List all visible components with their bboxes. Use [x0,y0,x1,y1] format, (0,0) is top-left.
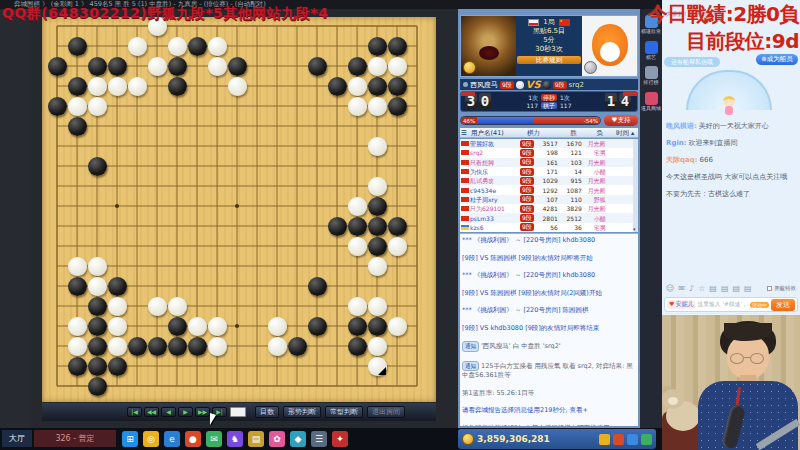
stone-white-12-17 [268,337,287,356]
join-crew-button[interactable]: ⊕成为船员 [756,54,798,65]
stone-white-2-17 [68,337,87,356]
chat-text: 666 [700,156,713,164]
stone-white-2-16 [68,317,87,336]
user-location: 宅男 [582,148,610,157]
emoji-icon-7[interactable]: ▤ [744,284,752,293]
stone-black-3-15 [88,297,107,316]
user-rank-badge: 9段 [520,140,534,148]
stone-white-16-4 [348,77,367,96]
user-name: 乱试勇攻 [470,176,520,185]
move-number-box[interactable] [230,407,246,417]
user-wins: 107 [534,195,558,204]
stones-layer [42,17,436,402]
stone-black-3-19 [88,377,107,396]
toolbar-button-0[interactable]: 目数 [255,406,279,418]
stone-white-7-15 [168,297,187,316]
chat-text: 不要为先去：古棋这么难了 [666,190,750,198]
stone-black-18-5 [388,97,407,116]
byoyomi-badge: 停秒 [541,94,557,101]
user-wins: 2801 [534,214,558,223]
stone-white-9-2 [208,37,227,56]
nav-button-2[interactable]: ◀ [161,407,176,417]
user-flag-icon [461,188,469,193]
user-name: 只看想脚 [470,158,520,167]
stone-black-8-17 [188,337,207,356]
stone-black-7-16 [168,317,187,336]
table-row[interactable]: 聖麗好敦9段35171670月光殿 [460,139,638,148]
black-clock-digit-0: 1 [605,93,617,110]
user-flag-icon [461,206,469,211]
stone-white-10-4 [228,77,247,96]
stone-black-14-14 [308,277,327,296]
stone-white-6-15 [148,297,167,316]
announcement-line: 通知'西风瘦马' 白 中盘胜 'srq2' [462,341,636,352]
stone-black-18-2 [388,37,407,56]
chat-text: 美好的一天祝大家开心 [699,122,769,130]
stream-panel: 大家好! 直播刚刚开始 ⊕成为船员 还有船帮私信哦 晚风棋语:美好的一天祝大家开… [662,0,800,450]
table-row[interactable]: psLm339段28012512小醋 [460,213,638,222]
stone-black-3-8 [88,157,107,176]
stone-black-15-11 [328,217,347,236]
stone-black-17-11 [368,217,387,236]
chat-username: Rgin: [666,139,687,147]
winrate-track: 46% -54% [460,116,601,125]
vs-label: VS [526,79,541,90]
table-row[interactable]: 为快乐9段17114小醋 [460,167,638,176]
announcement-line: 第1蓝胜率: 55.26:1目等 [462,389,636,398]
notice-badge: 通知 [462,341,479,352]
stone-white-3-14 [88,277,107,296]
user-list[interactable]: 聖麗好敦9段35171670月光殿srq29段198121宅男只看想脚9段161… [460,139,638,232]
table-row[interactable]: kzs69段5636宅男 [460,223,638,232]
user-flag-icon [461,197,469,202]
user-wins: 4281 [534,204,558,213]
round-label: 1局 [543,18,554,27]
sidebar-label: 排行榜 [644,80,659,86]
white-byoyomi-count: 1次 [528,94,538,101]
clock-panel: 30 1次 停秒 1次 117 棋子 117 14 [460,91,638,112]
stone-black-2-4 [68,77,87,96]
user-wins: 198 [534,148,558,157]
column-header-2[interactable]: 负 [578,128,604,137]
stone-black-1-5 [48,97,67,116]
user-name: 聖麗好敦 [470,139,520,148]
sidebar-icon-3 [645,92,658,105]
user-location: 小醋 [582,167,610,176]
taskbar: 大厅 326 - 普定 ⊞◎e●✉♞▤✿◆☰✦ 3,859,306,281 [0,428,662,450]
stone-black-17-10 [368,197,387,216]
user-losses: 110 [558,195,582,204]
nav-button-0[interactable]: |◀ [127,407,142,417]
stone-white-6-3 [148,57,167,76]
white-player-name: 西风瘦马 [470,80,498,90]
black-player-avatar[interactable] [582,16,637,76]
menu-icon[interactable]: ☰ [460,128,470,137]
stone-black-10-3 [228,57,247,76]
stone-white-17-7 [368,137,387,156]
black-stone-icon [543,81,551,89]
stone-black-5-17 [128,337,147,356]
stone-black-2-2 [68,37,87,56]
stone-white-12-16 [268,317,287,336]
screen: 弈城围棋 》 (金彩阁 1 》 459名5 黑 胜 5 (1) 中盘胜) - 九… [0,0,800,450]
user-flag-icon [461,141,469,146]
stone-black-16-3 [348,57,367,76]
toolbar-button-1[interactable]: 形势判断 [283,406,321,418]
user-losses: 3829 [558,204,582,213]
last-move-marker-icon [378,367,386,375]
black-clock-digit-1: 4 [619,93,631,110]
coin-amount: 3,859,306,281 [477,434,596,444]
bag-icon[interactable] [641,434,652,445]
stone-black-1-3 [48,57,67,76]
user-rank-badge: 9段 [520,214,534,222]
stream-chat-message: 天际qaq:666 [666,156,796,165]
tab-game-room[interactable]: 326 - 普定 [34,430,116,447]
taskbar-icon-1[interactable]: ◎ [143,431,159,447]
table-row[interactable]: 只为6291019段42813829月光殿 [460,204,638,213]
game-app-panel: 1局 黑贴6.5目 5分 30秒3次 比赛规则 西风瘦马 9段 VS 9段 sr… [458,9,640,428]
stone-black-3-16 [88,317,107,336]
capture-badge: 棋子 [541,102,557,109]
table-row[interactable]: 桂子周xry9段107110野狐 [460,195,638,204]
stone-black-7-4 [168,77,187,96]
stream-chat[interactable]: 晚风棋语:美好的一天祝大家开心Rgin:欢迎来到直播间天际qaq:666今天这是… [666,122,796,280]
treasure-icon[interactable] [599,434,610,445]
column-header-0[interactable]: 棋力 [526,128,552,137]
emoji-icon-5[interactable]: ▤ [721,284,729,293]
stone-black-16-11 [348,217,367,236]
board-toolbar: |◀◀◀◀▶▶▶▶| 目数形势判断常型判断退出房间 [42,403,436,421]
user-losses: 915 [558,176,582,185]
user-badge: 安妮儿 [667,300,695,309]
stone-white-17-5 [368,97,387,116]
taskbar-icon-10[interactable]: ✦ [332,431,348,447]
stone-black-17-12 [368,237,387,256]
overlay-rank-text: 目前段位:9d [686,28,799,55]
chat-text: 今天这是棋圣战吗 大家可以点点关注哦 [666,173,787,181]
user-losses: 1087 [558,186,582,195]
table-row[interactable]: c94534e9段12921087月光殿 [460,185,638,194]
stone-white-5-2 [128,37,147,56]
user-rank-badge: 9段 [520,223,534,231]
emoji-icon-0[interactable]: ☺ [666,284,674,293]
streamer-body [698,381,798,450]
name-column-header[interactable]: 用户名(41) [470,128,526,137]
stone-black-17-4 [368,77,387,96]
sidebar-icon-2 [645,66,658,79]
stream-bubble: 还有船帮私信哦 [664,57,720,67]
main-time-label: 5分 [543,36,554,45]
client-left-edge [0,9,30,428]
user-list-scrollbar[interactable] [633,139,638,232]
stone-black-2-14 [68,277,87,296]
stone-black-4-3 [108,57,127,76]
chat-username: 天际qaq: [666,156,698,164]
taskbar-icon-6[interactable]: ▤ [248,431,264,447]
stone-black-13-17 [288,337,307,356]
stone-black-3-3 [88,57,107,76]
coins-bar: 3,859,306,281 [458,429,656,449]
stone-white-17-17 [368,337,387,356]
taskbar-icon-9[interactable]: ☰ [311,431,327,447]
user-rank-badge: 9段 [520,158,534,166]
blue-percent-label: 46% [461,117,477,124]
stone-black-3-17 [88,337,107,356]
tab-hall[interactable]: 大厅 [2,430,32,447]
user-name: srq2 [470,148,520,157]
white-rank-badge: 9段 [500,81,514,89]
blue-bar [477,117,533,124]
sidebar-icon-1 [645,41,658,54]
sidebar-label: 棋谱欣赏 [641,29,661,35]
stream-chat-message: 不要为先去：古棋这么难了 [666,190,796,199]
user-wins: 161 [534,158,558,167]
stone-white-3-4 [88,77,107,96]
sidebar-label: 道具商城 [641,106,661,112]
stone-black-16-16 [348,317,367,336]
taskbar-icons: ⊞◎e●✉♞▤✿◆☰✦ [122,431,348,447]
emoji-icon-4[interactable]: ▤ [709,284,717,293]
column-header-3[interactable]: 时间 [604,128,630,137]
white-capture-count: 117 [527,102,538,109]
nav-button-4[interactable]: ▶▶ [195,407,210,417]
status-dot-icon [463,82,468,87]
user-location: 月光殿 [582,139,610,148]
gem-icon[interactable] [627,434,638,445]
table-row[interactable]: 乱试勇攻9段1029915月光殿 [460,176,638,185]
table-row[interactable]: 只看想脚9段161103月光殿 [460,158,638,167]
stream-chat-message: Rgin:欢迎来到直播间 [666,139,796,148]
taskbar-icon-7[interactable]: ✿ [269,431,285,447]
stone-white-5-4 [128,77,147,96]
stone-black-16-17 [348,337,367,356]
taskbar-icon-8[interactable]: ◆ [290,431,306,447]
white-clock-digit-0: 3 [465,93,477,110]
go-board[interactable] [42,17,436,402]
user-location: 月光殿 [582,186,610,195]
support-button[interactable]: ♥支持 [604,115,638,126]
stone-white-17-15 [368,297,387,316]
user-rank-badge: 9段 [520,205,534,213]
user-location: 月光殿 [582,176,610,185]
black-player-name: srq2 [569,81,584,89]
red-bar: -54% [533,117,600,124]
silver-coin-icon [584,61,597,74]
stone-white-18-12 [388,237,407,256]
announcement-list[interactable]: *** 《挑战利园》 ～ [220号房间] khdb3080[9段] VS 陈园… [460,233,638,426]
chat-text: 欢迎来到直播间 [689,139,738,147]
mouse-cursor [210,413,216,425]
user-wins: 56 [534,223,558,232]
user-name: psLm33 [470,214,520,223]
stone-white-2-13 [68,257,87,276]
toolbar-button-2[interactable]: 常型判断 [325,406,363,418]
stone-black-4-18 [108,357,127,376]
chat-input-row[interactable]: 安妮儿 这里输入 '#棋迷'，看看会发生什么吧 活动中 发送 [664,297,798,312]
stone-black-15-4 [328,77,347,96]
user-wins: 1029 [534,176,558,185]
user-location: 野狐 [582,195,610,204]
sidebar-item-3[interactable]: 道具商城 [640,92,662,112]
stone-white-16-12 [348,237,367,256]
user-location: 月光殿 [582,158,610,167]
stone-black-14-3 [308,57,327,76]
stone-white-4-4 [108,77,127,96]
stream-chat-message: 晚风棋语:美好的一天祝大家开心 [666,122,796,131]
taskbar-icon-2[interactable]: e [164,431,180,447]
user-losses: 14 [558,167,582,176]
glasses-icon [730,353,744,364]
stone-white-9-16 [208,317,227,336]
rule-label: 比赛规则 [517,56,581,64]
user-table-header[interactable]: ☰ 用户名(41) 棋力 胜 负 时间 ▴ [460,128,638,138]
stream-chat-message: 今天这是棋圣战吗 大家可以点点关注哦 [666,173,796,182]
white-stone-icon [516,81,524,89]
stone-black-6-17 [148,337,167,356]
user-rank-badge: 9段 [520,195,534,203]
emoji-icon-6[interactable]: ▤ [732,284,740,293]
user-rank-badge: 9段 [520,149,534,157]
black-capture-count: 117 [560,102,571,109]
emoji-icon-2[interactable]: ♪ [689,284,694,293]
user-flag-icon [461,160,469,165]
user-rank-badge: 9段 [520,177,534,185]
stone-white-16-10 [348,197,367,216]
stone-white-17-9 [368,177,387,196]
user-rank-badge: 9段 [520,186,534,194]
stone-black-7-3 [168,57,187,76]
stone-white-17-18 [368,357,387,376]
announcement-line: 通知125手白方宝接着 用残应氧 取着 srq2, 对弈结果: 黑中盘56.36… [462,361,636,380]
stone-white-2-5 [68,97,87,116]
stone-white-7-2 [168,37,187,56]
stone-black-3-18 [88,357,107,376]
user-flag-icon [461,169,469,174]
black-rank-badge: 9段 [553,81,567,89]
nav-button-3[interactable]: ▶ [178,407,193,417]
stone-white-17-3 [368,57,387,76]
user-losses: 103 [558,158,582,167]
stone-white-8-16 [188,317,207,336]
komi-label: 黑贴6.5目 [533,27,565,36]
user-losses: 36 [558,223,582,232]
user-location: 小醋 [582,214,610,223]
taskbar-icon-4[interactable]: ✉ [206,431,222,447]
stone-black-2-18 [68,357,87,376]
marquee-announcement: QQ群(648302212)野狐九段*5其他网站九段*4 [2,5,488,23]
table-row[interactable]: srq29段198121宅男 [460,148,638,157]
checkbox-icon[interactable] [767,286,772,291]
gift-icon[interactable] [613,434,624,445]
stone-white-3-5 [88,97,107,116]
anime-girl-illustration [720,96,738,116]
user-flag-icon [461,178,469,183]
emoji-icon-3[interactable]: ☆ [698,284,705,293]
white-player-avatar[interactable] [461,16,516,76]
stone-white-4-15 [108,297,127,316]
taskbar-icon-3[interactable]: ● [185,431,201,447]
white-player-flag-icon [528,19,539,26]
user-flag-icon [461,225,469,230]
stone-white-9-3 [208,57,227,76]
stone-white-18-16 [388,317,407,336]
stone-black-18-11 [388,217,407,236]
user-name: c94534e [470,186,520,195]
stone-black-7-17 [168,337,187,356]
player-info-box: 1局 黑贴6.5目 5分 30秒3次 比赛规则 [460,15,638,77]
vs-row: 西风瘦马 9段 VS 9段 srq2 [460,79,638,90]
sidebar-item-2[interactable]: 排行榜 [640,66,662,86]
stone-white-4-17 [108,337,127,356]
support-bar: 46% -54% ♥支持 [460,114,638,126]
announcement-line: [9段] VS 陈园园棋 [9段]的友情对局(2回频)开始 [462,289,636,298]
announcement-line: 请看弈城报告选择消息使用219秒分, 查看+ [462,406,636,415]
announcement-line: *** 《挑战利园》 ～ [220号房间] khdb3080 [462,271,636,280]
user-losses: 1670 [558,139,582,148]
column-header-1[interactable]: 胜 [552,128,578,137]
user-losses: 121 [558,148,582,157]
toolbar-button-3[interactable]: 退出房间 [367,406,405,418]
announcement-line: 操作消息功能(2)5时, 在与人棋局行棋中可直接使用 [462,424,636,427]
announcement-line: *** 《挑战利园》 ～ [220号房间] 陈园园棋 [462,306,636,315]
stone-white-16-5 [348,97,367,116]
stone-black-8-2 [188,37,207,56]
activity-badge[interactable]: 活动中 [750,302,769,308]
stone-white-17-13 [368,257,387,276]
send-button[interactable]: 发送 [771,299,795,311]
coin-icon [462,433,474,445]
webcam-view [662,315,800,450]
announcement-line: [9段] VS khdb3080 [9段]的友情对局即将结束 [462,324,636,333]
sidebar-item-1[interactable]: 棋艺 [640,41,662,61]
gold-coin-icon [463,61,476,74]
user-location: 宅男 [582,223,610,232]
notice-badge: 通知 [462,361,479,372]
nav-button-1[interactable]: ◀◀ [144,407,159,417]
stone-black-18-4 [388,77,407,96]
sidebar-label: 棋艺 [646,55,656,61]
taskbar-icon-5[interactable]: ♞ [227,431,243,447]
overlay-record-text: 今日戰績:2勝0負 [648,1,799,28]
user-flag-icon [461,216,469,221]
stone-black-14-16 [308,317,327,336]
user-location: 月光殿 [582,204,610,213]
user-flag-icon [461,150,469,155]
stone-white-9-17 [208,337,227,356]
user-name: kzs6 [470,223,520,232]
user-wins: 171 [534,167,558,176]
black-player-flag-icon [559,19,570,26]
chat-input[interactable]: 这里输入 '#棋迷'，看看会发生什么吧 [697,300,748,309]
black-clock: 14 [605,93,633,110]
user-name: 只为629101 [470,204,520,213]
announcement-line: [9段] VS 陈园园棋 [9段]的友情对局即将开始 [462,254,636,263]
black-byoyomi-count: 1次 [560,94,570,101]
white-clock-digit-1: 0 [479,93,491,110]
emoji-icon-1[interactable]: ✉ [678,284,685,293]
white-clock: 30 [465,93,493,110]
stone-white-16-15 [348,297,367,316]
user-name: 桂子周xry [470,195,520,204]
chat-username: 晚风棋语: [666,122,697,130]
user-losses: 2512 [558,214,582,223]
effects-checkbox[interactable]: 屏蔽特效 [767,285,796,292]
stone-black-4-14 [108,277,127,296]
sort-arrow-icon[interactable]: ▴ [630,128,635,137]
taskbar-icon-0[interactable]: ⊞ [122,431,138,447]
clock-middle-info: 1次 停秒 1次 117 棋子 117 [493,94,605,109]
